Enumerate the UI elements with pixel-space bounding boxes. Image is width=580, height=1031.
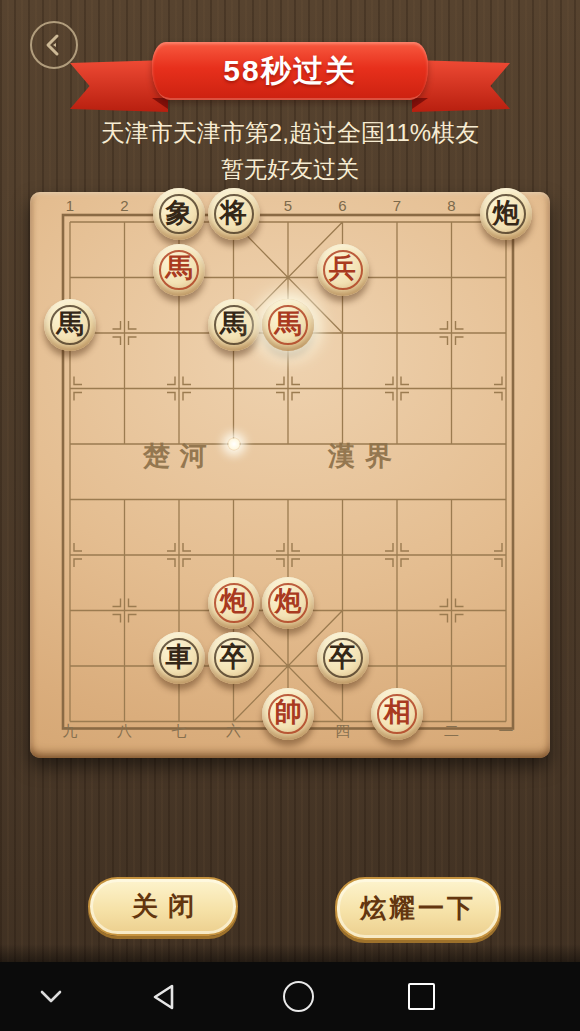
piece-black-elephant[interactable]: 象 (153, 188, 205, 240)
back-arrow-icon (42, 33, 66, 57)
piece-character: 馬 (275, 311, 302, 338)
file-label-bottom: 四 (335, 722, 350, 741)
hide-navbar-button[interactable] (36, 962, 66, 1031)
banner-text: 58秒过关 (223, 51, 356, 92)
file-label-bottom: 七 (172, 722, 187, 741)
file-label-bottom: 二 (444, 722, 459, 741)
piece-character: 卒 (329, 644, 356, 671)
nav-home-button[interactable] (281, 962, 315, 1031)
piece-black-cannon[interactable]: 炮 (480, 188, 532, 240)
piece-character: 馬 (57, 311, 84, 338)
piece-character: 馬 (220, 311, 247, 338)
show-off-button[interactable]: 炫耀一下 (335, 877, 501, 940)
piece-black-soldier[interactable]: 卒 (208, 632, 260, 684)
piece-red-soldier[interactable]: 兵 (317, 244, 369, 296)
file-label-top: 6 (338, 197, 346, 214)
piece-black-chariot[interactable]: 車 (153, 632, 205, 684)
chevron-down-icon (40, 990, 62, 1003)
bottom-shadow (0, 944, 580, 962)
file-label-top: 1 (66, 197, 74, 214)
piece-character: 象 (166, 200, 193, 227)
file-label-bottom: 八 (117, 722, 132, 741)
file-label-top: 5 (284, 197, 292, 214)
river-label-left: 楚河 (143, 438, 217, 474)
xiangqi-board[interactable]: 楚河 漢界 123456789九八七六五四三二一象将炮馬兵馬馬馬炮炮車卒卒帥相 (30, 192, 550, 758)
piece-red-general[interactable]: 帥 (262, 688, 314, 740)
river-label-right: 漢界 (328, 438, 402, 474)
last-move-origin-marker (227, 438, 240, 451)
file-label-bottom: 一 (499, 722, 514, 741)
piece-character: 兵 (329, 255, 356, 282)
file-label-bottom: 九 (63, 722, 78, 741)
piece-character: 炮 (220, 588, 247, 615)
piece-red-elephant[interactable]: 相 (371, 688, 423, 740)
piece-black-general[interactable]: 将 (208, 188, 260, 240)
file-label-top: 8 (447, 197, 455, 214)
ribbon-band: 58秒过关 (152, 42, 428, 100)
close-button[interactable]: 关闭 (88, 877, 238, 936)
rank-text: 天津市天津市第2,超过全国11%棋友 (0, 117, 580, 149)
back-triangle-icon (151, 983, 175, 1011)
piece-red-cannon[interactable]: 炮 (208, 577, 260, 629)
file-label-top: 2 (120, 197, 128, 214)
piece-character: 炮 (493, 200, 520, 227)
result-ribbon: 58秒过关 (68, 42, 512, 116)
android-navbar: 3 游 YO 九游 (0, 962, 580, 1031)
board-grid (30, 192, 550, 758)
piece-black-horse[interactable]: 馬 (208, 299, 260, 351)
nav-back-button[interactable] (146, 962, 180, 1031)
piece-character: 車 (166, 644, 193, 671)
home-circle-icon (283, 981, 314, 1012)
file-label-top: 7 (393, 197, 401, 214)
piece-red-horse[interactable]: 馬 (262, 299, 314, 351)
piece-character: 卒 (220, 644, 247, 671)
recents-square-icon (408, 983, 435, 1010)
app-screen: { "game": "xiangqi", "position": { "fen"… (0, 0, 580, 1031)
piece-red-cannon[interactable]: 炮 (262, 577, 314, 629)
piece-red-horse[interactable]: 馬 (153, 244, 205, 296)
piece-character: 馬 (166, 255, 193, 282)
friends-text: 暂无好友过关 (0, 154, 580, 185)
piece-black-horse[interactable]: 馬 (44, 299, 96, 351)
piece-character: 炮 (275, 588, 302, 615)
piece-character: 将 (220, 200, 247, 227)
file-label-bottom: 六 (226, 722, 241, 741)
piece-character: 帥 (275, 699, 302, 726)
piece-character: 相 (384, 699, 411, 726)
nav-recents-button[interactable] (404, 962, 438, 1031)
piece-black-soldier[interactable]: 卒 (317, 632, 369, 684)
